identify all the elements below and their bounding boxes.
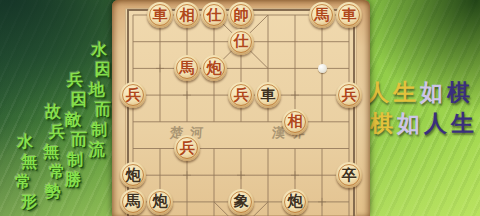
poem-char: 無 bbox=[21, 154, 37, 170]
piece-red-r2c2[interactable]: 馬 bbox=[174, 55, 200, 81]
piece-red-r0c2[interactable]: 相 bbox=[174, 2, 200, 28]
poem-char: 勝 bbox=[65, 172, 81, 188]
piece-glyph: 車 bbox=[153, 8, 168, 23]
piece-glyph: 車 bbox=[261, 88, 276, 103]
piece-red-r1c4[interactable]: 仕 bbox=[228, 29, 254, 55]
poem-char: 因 bbox=[95, 62, 111, 78]
poem-char: 水 bbox=[91, 42, 107, 58]
poem-char: 故 bbox=[45, 104, 61, 120]
piece-black-r3c5[interactable]: 車 bbox=[255, 82, 281, 108]
piece-glyph: 兵 bbox=[180, 141, 195, 156]
poem-char: 兵 bbox=[67, 72, 83, 88]
poem-char: 制 bbox=[91, 122, 107, 138]
poem-char: 勢 bbox=[45, 184, 61, 200]
poem-char: 而 bbox=[95, 102, 111, 118]
piece-glyph: 仕 bbox=[207, 8, 222, 23]
pieces-grid: 車相仕帥馬車仕馬炮兵兵車兵相兵炮卒馬炮象炮 bbox=[120, 2, 363, 216]
piece-glyph: 兵 bbox=[126, 88, 141, 103]
piece-glyph: 相 bbox=[288, 114, 303, 129]
piece-glyph: 馬 bbox=[180, 61, 195, 76]
poem-char: 常 bbox=[49, 164, 65, 180]
piece-glyph: 象 bbox=[234, 194, 249, 209]
quote-char: 棋 bbox=[447, 80, 470, 104]
piece-black-r6c0[interactable]: 炮 bbox=[120, 162, 146, 188]
piece-glyph: 炮 bbox=[207, 61, 222, 76]
piece-glyph: 車 bbox=[342, 8, 357, 23]
piece-red-r4c6[interactable]: 相 bbox=[282, 109, 308, 135]
piece-glyph: 卒 bbox=[342, 168, 357, 183]
poem-char: 敵 bbox=[65, 112, 81, 128]
piece-glyph: 兵 bbox=[342, 88, 357, 103]
poem-char: 水 bbox=[17, 134, 33, 150]
poem-char: 而 bbox=[71, 132, 87, 148]
piece-glyph: 兵 bbox=[234, 88, 249, 103]
xiangqi-board[interactable]: 楚河 漢界 車相仕帥馬車仕馬炮兵兵車兵相兵炮卒馬炮象炮 bbox=[112, 0, 370, 216]
piece-red-r0c8[interactable]: 車 bbox=[336, 2, 362, 28]
piece-glyph: 炮 bbox=[126, 168, 141, 183]
poem-char: 常 bbox=[15, 174, 31, 190]
poem-char: 因 bbox=[71, 92, 87, 108]
quote-line-2: 棋如人生 bbox=[370, 111, 474, 135]
piece-red-r2c3[interactable]: 炮 bbox=[201, 55, 227, 81]
poem-char: 流 bbox=[89, 142, 105, 158]
piece-black-r7c0[interactable]: 馬 bbox=[120, 189, 146, 215]
quote-char: 棋 bbox=[370, 111, 393, 135]
piece-glyph: 相 bbox=[180, 8, 195, 23]
piece-red-r3c0[interactable]: 兵 bbox=[120, 82, 146, 108]
quote-char: 如 bbox=[397, 111, 420, 135]
poem-column-3: 故兵無常勢 bbox=[45, 104, 61, 200]
piece-black-r7c6[interactable]: 炮 bbox=[282, 189, 308, 215]
piece-glyph: 馬 bbox=[315, 8, 330, 23]
piece-red-r3c8[interactable]: 兵 bbox=[336, 82, 362, 108]
piece-red-r0c3[interactable]: 仕 bbox=[201, 2, 227, 28]
quote-line-1: 人生如棋 bbox=[366, 80, 470, 104]
quote-char: 人 bbox=[424, 111, 447, 135]
quote-char: 如 bbox=[420, 80, 443, 104]
poem-column-2: 兵因敵而制勝 bbox=[67, 72, 83, 188]
piece-red-r0c7[interactable]: 馬 bbox=[309, 2, 335, 28]
last-move-marker bbox=[318, 64, 327, 73]
piece-red-r0c4[interactable]: 帥 bbox=[228, 2, 254, 28]
piece-glyph: 炮 bbox=[288, 194, 303, 209]
poem-char: 制 bbox=[67, 152, 83, 168]
piece-glyph: 仕 bbox=[234, 34, 249, 49]
poem-char: 兵 bbox=[49, 124, 65, 140]
quote-char: 生 bbox=[451, 111, 474, 135]
poem-char: 地 bbox=[89, 82, 105, 98]
screenshot-root: 水因地而制流兵因敵而制勝故兵無常勢水無常形 人生如棋棋如人生 楚河 漢界 車相仕… bbox=[0, 0, 480, 216]
piece-red-r5c2[interactable]: 兵 bbox=[174, 135, 200, 161]
poem-char: 形 bbox=[21, 194, 37, 210]
piece-red-r3c4[interactable]: 兵 bbox=[228, 82, 254, 108]
poem-column-4: 水無常形 bbox=[17, 134, 33, 210]
piece-glyph: 炮 bbox=[153, 194, 168, 209]
piece-glyph: 帥 bbox=[234, 8, 249, 23]
poem-column-1: 水因地而制流 bbox=[91, 42, 107, 158]
piece-red-r0c1[interactable]: 車 bbox=[147, 2, 173, 28]
piece-black-r6c8[interactable]: 卒 bbox=[336, 162, 362, 188]
quote-char: 生 bbox=[393, 80, 416, 104]
piece-black-r7c4[interactable]: 象 bbox=[228, 189, 254, 215]
piece-black-r7c1[interactable]: 炮 bbox=[147, 189, 173, 215]
piece-glyph: 馬 bbox=[126, 194, 141, 209]
poem-char: 無 bbox=[43, 144, 59, 160]
